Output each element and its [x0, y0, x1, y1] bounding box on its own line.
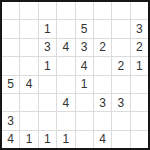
cell-r1c5-empty[interactable]	[76, 2, 93, 19]
cell-r5c5-clue[interactable]: 1	[76, 76, 93, 93]
cell-r6c2-empty[interactable]	[20, 94, 37, 111]
cell-r4c5-clue[interactable]: 4	[76, 57, 93, 74]
cell-r1c8-empty[interactable]	[131, 2, 148, 19]
cell-r3c4-clue[interactable]: 4	[57, 39, 74, 56]
cell-r6c6-clue[interactable]: 3	[94, 94, 111, 111]
cell-r8c2-clue[interactable]: 1	[20, 131, 37, 148]
cell-r2c4-empty[interactable]	[57, 20, 74, 37]
cell-r6c4-clue[interactable]: 4	[57, 94, 74, 111]
cell-r7c8-empty[interactable]	[131, 112, 148, 129]
cell-r8c8-empty[interactable]	[131, 131, 148, 148]
cell-r8c6-clue[interactable]: 4	[94, 131, 111, 148]
cell-r8c7-empty[interactable]	[112, 131, 129, 148]
cell-r5c3-empty[interactable]	[39, 76, 56, 93]
cell-r2c5-clue[interactable]: 5	[76, 20, 93, 37]
cell-r2c1-empty[interactable]	[2, 20, 19, 37]
cell-r8c1-clue[interactable]: 4	[2, 131, 19, 148]
cell-r3c3-clue[interactable]: 3	[39, 39, 56, 56]
cell-r2c8-clue[interactable]: 3	[131, 20, 148, 37]
cell-r3c5-clue[interactable]: 3	[76, 39, 93, 56]
cell-r5c6-empty[interactable]	[94, 76, 111, 93]
cell-r6c7-clue[interactable]: 3	[112, 94, 129, 111]
cell-r2c2-empty[interactable]	[20, 20, 37, 37]
cell-r4c2-empty[interactable]	[20, 57, 37, 74]
cell-r5c8-empty[interactable]	[131, 76, 148, 93]
cell-r1c4-empty[interactable]	[57, 2, 74, 19]
cell-r4c7-clue[interactable]: 2	[112, 57, 129, 74]
cell-r5c7-empty[interactable]	[112, 76, 129, 93]
cell-r1c7-empty[interactable]	[112, 2, 129, 19]
cell-r2c3-clue[interactable]: 1	[39, 20, 56, 37]
cell-r2c6-empty[interactable]	[94, 20, 111, 37]
cell-r7c5-empty[interactable]	[76, 112, 93, 129]
cell-r7c1-clue[interactable]: 3	[2, 112, 19, 129]
cell-r7c7-empty[interactable]	[112, 112, 129, 129]
cell-r7c2-empty[interactable]	[20, 112, 37, 129]
cell-r2c7-empty[interactable]	[112, 20, 129, 37]
cell-r3c7-empty[interactable]	[112, 39, 129, 56]
cell-r6c8-empty[interactable]	[131, 94, 148, 111]
cell-r6c1-empty[interactable]	[2, 94, 19, 111]
cell-r1c6-empty[interactable]	[94, 2, 111, 19]
cell-r4c8-clue[interactable]: 1	[131, 57, 148, 74]
cell-r8c3-clue[interactable]: 1	[39, 131, 56, 148]
cell-r7c4-empty[interactable]	[57, 112, 74, 129]
cell-r5c4-empty[interactable]	[57, 76, 74, 93]
cell-r6c3-empty[interactable]	[39, 94, 56, 111]
cell-r3c2-empty[interactable]	[20, 39, 37, 56]
cell-r5c1-clue[interactable]: 5	[2, 76, 19, 93]
cell-r7c6-empty[interactable]	[94, 112, 111, 129]
cell-r8c4-clue[interactable]: 1	[57, 131, 74, 148]
cell-r4c6-empty[interactable]	[94, 57, 111, 74]
cell-r4c3-clue[interactable]: 1	[39, 57, 56, 74]
cell-r1c2-empty[interactable]	[20, 2, 37, 19]
cell-r8c5-empty[interactable]	[76, 131, 93, 148]
cell-r4c4-empty[interactable]	[57, 57, 74, 74]
cell-r3c6-clue[interactable]: 2	[94, 39, 111, 56]
cell-r5c2-clue[interactable]: 4	[20, 76, 37, 93]
cell-r1c3-empty[interactable]	[39, 2, 56, 19]
puzzle-board: 153343221421541433341114	[0, 0, 150, 150]
cell-r6c5-empty[interactable]	[76, 94, 93, 111]
cell-r3c1-empty[interactable]	[2, 39, 19, 56]
cell-r4c1-empty[interactable]	[2, 57, 19, 74]
cell-r1c1-empty[interactable]	[2, 2, 19, 19]
cell-r3c8-clue[interactable]: 2	[131, 39, 148, 56]
cell-r7c3-empty[interactable]	[39, 112, 56, 129]
